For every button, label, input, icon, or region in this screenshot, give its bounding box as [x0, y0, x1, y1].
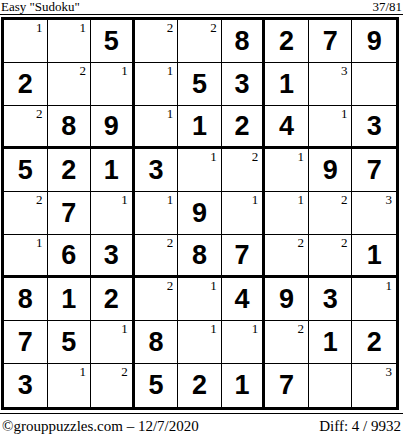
cell-value: 3 — [18, 372, 33, 399]
cell-r9c5[interactable]: 2 — [178, 364, 222, 407]
cell-r5c7[interactable]: 1 — [265, 192, 309, 235]
cell-r1c2[interactable]: 1 — [48, 20, 92, 63]
cell-r8c5[interactable]: 1 — [178, 321, 222, 364]
cell-r2c8[interactable]: 3 — [309, 63, 353, 106]
pencil-mark: 2 — [36, 192, 43, 207]
cell-r8c4[interactable]: 8 — [135, 321, 179, 364]
cell-r7c1[interactable]: 8 — [4, 278, 48, 321]
pencil-mark: 1 — [167, 106, 174, 121]
cell-r9c2[interactable]: 1 — [48, 364, 92, 407]
cell-value: 3 — [104, 242, 119, 269]
cell-r6c3[interactable]: 3 — [91, 235, 135, 278]
copyright-text: ©grouppuzzles.com – 12/7/2020 — [2, 418, 199, 435]
page-title: Easy "Sudoku" — [1, 0, 80, 13]
cell-value: 4 — [235, 286, 250, 313]
cell-r5c9[interactable]: 3 — [352, 192, 396, 235]
cell-value: 3 — [148, 157, 163, 184]
pencil-mark: 1 — [297, 192, 304, 207]
cell-value: 2 — [279, 28, 294, 55]
pencil-mark: 2 — [167, 235, 174, 250]
pencil-mark: 3 — [386, 192, 393, 207]
cell-r9c6[interactable]: 1 — [222, 364, 266, 407]
pencil-mark: 2 — [210, 20, 217, 35]
cell-r2c5[interactable]: 5 — [178, 63, 222, 106]
cell-r3c9[interactable]: 3 — [352, 106, 396, 149]
cell-r6c4[interactable]: 2 — [135, 235, 179, 278]
cell-r6c5[interactable]: 8 — [178, 235, 222, 278]
cell-r6c2[interactable]: 6 — [48, 235, 92, 278]
pencil-mark: 1 — [252, 192, 259, 207]
cell-r8c2[interactable]: 5 — [48, 321, 92, 364]
cell-r5c5[interactable]: 9 — [178, 192, 222, 235]
cell-value: 2 — [192, 372, 207, 399]
sudoku-page: Easy "Sudoku" 37/81 11522827922115313289… — [0, 0, 403, 437]
pencil-mark: 2 — [297, 321, 304, 336]
cell-r4c8[interactable]: 9 — [309, 149, 353, 192]
cell-r8c1[interactable]: 7 — [4, 321, 48, 364]
cell-r1c3[interactable]: 5 — [91, 20, 135, 63]
pencil-mark: 1 — [167, 63, 174, 78]
cell-value: 8 — [235, 28, 250, 55]
pencil-mark: 1 — [252, 321, 259, 336]
pencil-mark: 2 — [297, 235, 304, 250]
cell-r6c9[interactable]: 1 — [352, 235, 396, 278]
cell-r2c9[interactable] — [352, 63, 396, 106]
cell-r9c7[interactable]: 7 — [265, 364, 309, 407]
cell-r9c4[interactable]: 5 — [135, 364, 179, 407]
cell-r4c1[interactable]: 5 — [4, 149, 48, 192]
pencil-mark: 1 — [297, 149, 304, 164]
pencil-mark: 2 — [252, 149, 259, 164]
cell-value: 8 — [148, 329, 163, 356]
cell-r3c8[interactable]: 1 — [309, 106, 353, 149]
pencil-mark: 2 — [341, 192, 348, 207]
pencil-mark: 1 — [210, 278, 217, 293]
cell-value: 2 — [18, 71, 33, 98]
cell-r6c1[interactable]: 1 — [4, 235, 48, 278]
cell-r7c4[interactable]: 2 — [135, 278, 179, 321]
cell-r6c8[interactable]: 2 — [309, 235, 353, 278]
pencil-mark: 3 — [386, 364, 393, 379]
cell-r4c7[interactable]: 1 — [265, 149, 309, 192]
cell-r3c2[interactable]: 8 — [48, 106, 92, 149]
pencil-mark: 1 — [121, 63, 128, 78]
cell-r1c7[interactable]: 2 — [265, 20, 309, 63]
cell-value: 1 — [235, 372, 250, 399]
cell-r4c9[interactable]: 7 — [352, 149, 396, 192]
cell-r3c6[interactable]: 2 — [222, 106, 266, 149]
cell-r5c2[interactable]: 7 — [48, 192, 92, 235]
cell-value: 5 — [18, 157, 33, 184]
cell-value: 8 — [18, 286, 33, 313]
cell-value: 5 — [148, 372, 163, 399]
cell-value: 7 — [323, 28, 338, 55]
cell-value: 3 — [235, 71, 250, 98]
cell-r1c4[interactable]: 2 — [135, 20, 179, 63]
cell-value: 5 — [61, 329, 76, 356]
cell-r5c8[interactable]: 2 — [309, 192, 353, 235]
cell-value: 7 — [367, 157, 382, 184]
cell-r9c9[interactable]: 3 — [352, 364, 396, 407]
cell-value: 2 — [104, 286, 119, 313]
cell-r3c3[interactable]: 9 — [91, 106, 135, 149]
cell-r2c3[interactable]: 1 — [91, 63, 135, 106]
cell-value: 2 — [235, 113, 250, 140]
pencil-mark: 1 — [386, 278, 393, 293]
cell-r7c3[interactable]: 2 — [91, 278, 135, 321]
cell-r5c3[interactable]: 1 — [91, 192, 135, 235]
cell-r1c8[interactable]: 7 — [309, 20, 353, 63]
sudoku-grid: 1152282792211531328911241352131219727119… — [1, 17, 399, 410]
cell-value: 1 — [104, 157, 119, 184]
cell-r1c5[interactable]: 2 — [178, 20, 222, 63]
cell-r5c6[interactable]: 1 — [222, 192, 266, 235]
cell-r8c3[interactable]: 1 — [91, 321, 135, 364]
cell-r2c4[interactable]: 1 — [135, 63, 179, 106]
cell-value: 3 — [323, 286, 338, 313]
cell-r1c9[interactable]: 9 — [352, 20, 396, 63]
header-divider — [0, 14, 403, 15]
cell-r8c6[interactable]: 1 — [222, 321, 266, 364]
cell-value: 5 — [104, 28, 119, 55]
pencil-mark: 1 — [210, 149, 217, 164]
cell-value: 8 — [192, 242, 207, 269]
cell-value: 8 — [61, 113, 76, 140]
cell-r5c1[interactable]: 2 — [4, 192, 48, 235]
header: Easy "Sudoku" 37/81 — [0, 0, 403, 14]
cell-value: 1 — [192, 113, 207, 140]
cell-r2c1[interactable]: 2 — [4, 63, 48, 106]
cell-r3c5[interactable]: 1 — [178, 106, 222, 149]
cell-value: 1 — [279, 71, 294, 98]
cell-r2c2[interactable]: 2 — [48, 63, 92, 106]
cell-r3c7[interactable]: 4 — [265, 106, 309, 149]
pencil-mark: 1 — [36, 20, 43, 35]
cell-value: 9 — [279, 286, 294, 313]
cell-value: 7 — [18, 329, 33, 356]
cell-r7c7[interactable]: 9 — [265, 278, 309, 321]
cell-r2c7[interactable]: 1 — [265, 63, 309, 106]
cell-value: 1 — [61, 286, 76, 313]
cell-r9c3[interactable]: 2 — [91, 364, 135, 407]
cell-r7c5[interactable]: 1 — [178, 278, 222, 321]
pencil-mark: 2 — [80, 63, 87, 78]
pencil-mark: 1 — [80, 20, 87, 35]
cell-value: 7 — [235, 242, 250, 269]
difficulty-text: Diff: 4 / 9932 — [319, 418, 401, 435]
cell-r3c4[interactable]: 1 — [135, 106, 179, 149]
pencil-mark: 2 — [121, 364, 128, 379]
cell-value: 9 — [367, 28, 382, 55]
cell-r7c2[interactable]: 1 — [48, 278, 92, 321]
cell-r8c7[interactable]: 2 — [265, 321, 309, 364]
cell-r6c6[interactable]: 7 — [222, 235, 266, 278]
cell-value: 9 — [192, 200, 207, 227]
cell-r4c3[interactable]: 1 — [91, 149, 135, 192]
cell-value: 3 — [367, 113, 382, 140]
pencil-mark: 1 — [341, 106, 348, 121]
pencil-mark: 1 — [80, 364, 87, 379]
pencil-mark: 1 — [121, 321, 128, 336]
cell-value: 7 — [61, 200, 76, 227]
pencil-mark: 2 — [36, 106, 43, 121]
cell-value: 9 — [104, 113, 119, 140]
cell-value: 2 — [367, 329, 382, 356]
pencil-mark: 2 — [341, 235, 348, 250]
cell-r9c8[interactable] — [309, 364, 353, 407]
cell-value: 1 — [323, 329, 338, 356]
pencil-mark: 2 — [167, 278, 174, 293]
cell-value: 2 — [61, 157, 76, 184]
cell-r8c9[interactable]: 2 — [352, 321, 396, 364]
pencil-mark: 1 — [167, 192, 174, 207]
cell-r6c7[interactable]: 2 — [265, 235, 309, 278]
cell-r4c5[interactable]: 1 — [178, 149, 222, 192]
cell-value: 9 — [323, 157, 338, 184]
progress-counter: 37/81 — [372, 0, 402, 13]
cell-value: 6 — [61, 242, 76, 269]
cell-r4c6[interactable]: 2 — [222, 149, 266, 192]
pencil-mark: 3 — [341, 63, 348, 78]
cell-r3c1[interactable]: 2 — [4, 106, 48, 149]
cell-value: 5 — [192, 71, 207, 98]
cell-value: 1 — [367, 242, 382, 269]
pencil-mark: 1 — [36, 235, 43, 250]
cell-r5c4[interactable]: 1 — [135, 192, 179, 235]
cell-value: 7 — [279, 372, 294, 399]
pencil-mark: 1 — [210, 321, 217, 336]
pencil-mark: 1 — [121, 192, 128, 207]
cell-r2c6[interactable]: 3 — [222, 63, 266, 106]
cell-r4c2[interactable]: 2 — [48, 149, 92, 192]
footer-divider — [0, 413, 403, 414]
cell-value: 4 — [279, 113, 294, 140]
cell-r4c4[interactable]: 3 — [135, 149, 179, 192]
cell-r1c1[interactable]: 1 — [4, 20, 48, 63]
cell-r7c9[interactable]: 1 — [352, 278, 396, 321]
cell-r7c6[interactable]: 4 — [222, 278, 266, 321]
pencil-mark: 2 — [167, 20, 174, 35]
cell-r7c8[interactable]: 3 — [309, 278, 353, 321]
cell-r1c6[interactable]: 8 — [222, 20, 266, 63]
cell-r9c1[interactable]: 3 — [4, 364, 48, 407]
footer: ©grouppuzzles.com – 12/7/2020 Diff: 4 / … — [0, 418, 403, 435]
cell-r8c8[interactable]: 1 — [309, 321, 353, 364]
